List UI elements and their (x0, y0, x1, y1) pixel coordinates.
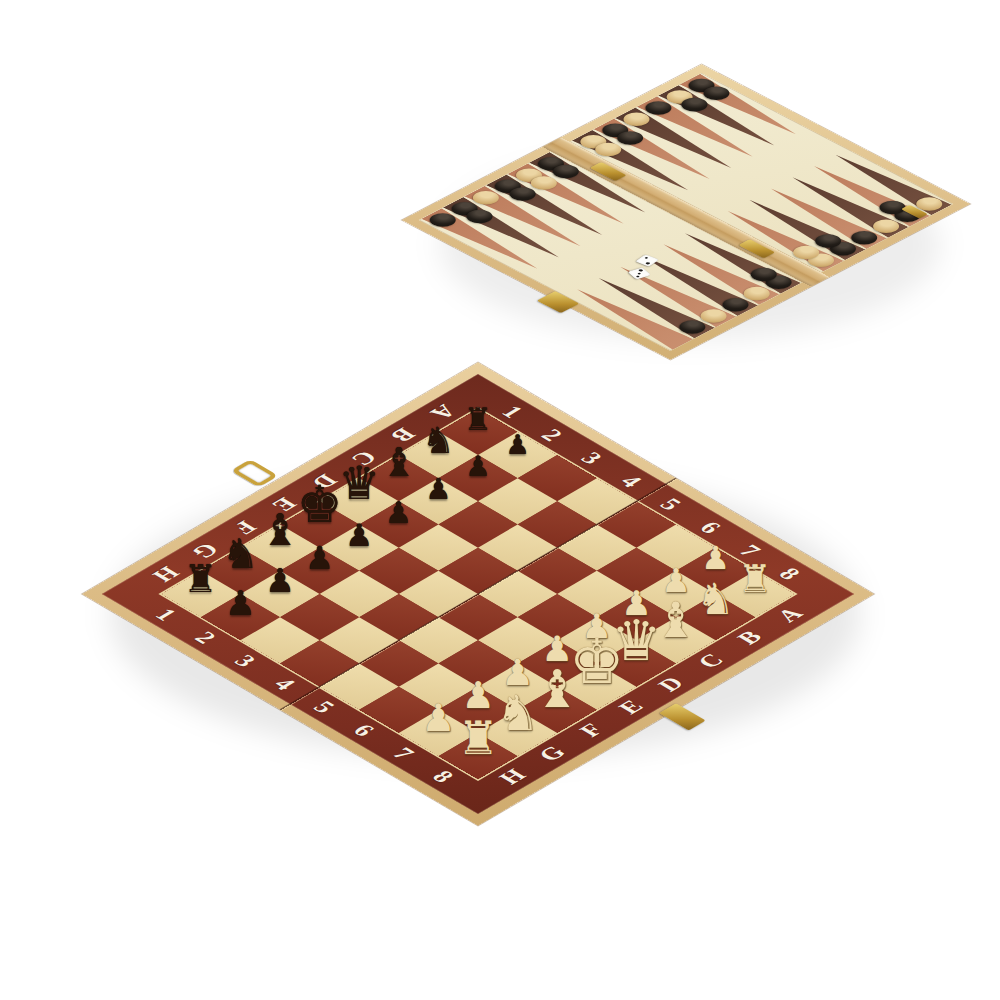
white-pawn-f7: ♟ (501, 654, 533, 690)
product-photo-scene: 11AA22BB33CC44DD55EE66FF77GG88HH ♜♞♝♛♚♝♞… (0, 0, 1000, 1000)
black-bishop-c1: ♝ (381, 442, 417, 482)
black-knight-b1: ♞ (422, 423, 454, 459)
black-knight-g1: ♞ (222, 534, 259, 575)
black-bishop-f1: ♝ (260, 508, 299, 552)
black-king-e1: ♚ (297, 479, 343, 530)
black-pawn-e2: ♟ (345, 520, 373, 551)
black-pawn-f2: ♟ (305, 542, 334, 574)
white-king-e8: ♚ (569, 631, 625, 693)
black-pawn-c2: ♟ (425, 475, 451, 504)
white-rook-a8: ♜ (738, 560, 772, 598)
white-knight-g8: ♞ (496, 689, 540, 738)
white-bishop-f8: ♝ (534, 663, 581, 715)
white-pawn-b7: ♟ (661, 564, 691, 597)
chess-pieces-layer: ♜♞♝♛♚♝♞♜♟♟♟♟♟♟♟♟♟♟♟♟♟♟♟♟♜♞♝♛♚♝♞♜ (0, 0, 1000, 1000)
white-pawn-g7: ♟ (461, 677, 494, 714)
white-bishop-c8: ♝ (654, 596, 698, 645)
white-pawn-c7: ♟ (621, 587, 651, 621)
black-rook-h1: ♜ (184, 560, 218, 598)
black-pawn-a2: ♟ (505, 431, 529, 458)
white-pawn-d7: ♟ (582, 610, 612, 644)
white-pawn-e7: ♟ (541, 632, 572, 667)
black-pawn-d2: ♟ (385, 498, 412, 528)
white-pawn-a7: ♟ (701, 542, 730, 574)
black-queen-d1: ♛ (339, 460, 380, 506)
black-pawn-b2: ♟ (465, 453, 490, 481)
black-rook-a1: ♜ (464, 404, 492, 435)
white-pawn-h7: ♟ (421, 699, 455, 737)
white-rook-h8: ♜ (457, 715, 498, 761)
black-pawn-g2: ♟ (265, 564, 295, 597)
black-pawn-h2: ♟ (225, 587, 255, 621)
white-queen-d8: ♛ (611, 613, 661, 669)
white-knight-b8: ♞ (696, 578, 735, 621)
